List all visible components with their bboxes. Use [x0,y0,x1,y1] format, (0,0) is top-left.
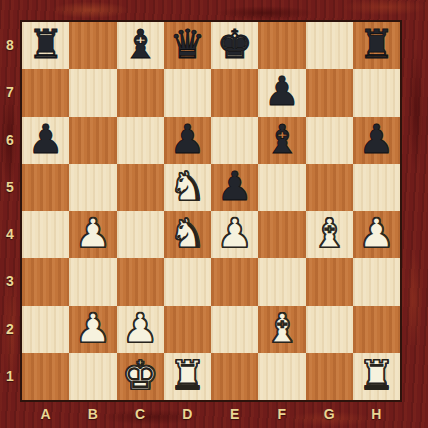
square-e5[interactable]: ♟ [211,164,258,211]
square-a6[interactable]: ♟ [22,117,69,164]
square-b3[interactable] [69,258,116,305]
square-f7[interactable]: ♟ [258,69,305,116]
black-pawn[interactable]: ♟ [264,68,300,115]
black-rook[interactable]: ♜ [358,21,394,68]
square-a8[interactable]: ♜ [22,22,69,69]
file-label-g: G [306,403,353,427]
square-e6[interactable] [211,117,258,164]
square-h6[interactable]: ♟ [353,117,400,164]
white-pawn[interactable]: ♟ [75,305,111,352]
square-e3[interactable] [211,258,258,305]
square-h8[interactable]: ♜ [353,22,400,69]
square-g1[interactable] [306,353,353,400]
square-d5[interactable]: ♞ [164,164,211,211]
square-h7[interactable] [353,69,400,116]
black-bishop[interactable]: ♝ [264,116,300,163]
square-a3[interactable] [22,258,69,305]
square-f6[interactable]: ♝ [258,117,305,164]
white-knight[interactable]: ♞ [169,210,205,257]
square-d1[interactable]: ♜ [164,353,211,400]
square-a4[interactable] [22,211,69,258]
square-h1[interactable]: ♜ [353,353,400,400]
square-f1[interactable] [258,353,305,400]
square-b4[interactable]: ♟ [69,211,116,258]
square-c1[interactable]: ♚ [117,353,164,400]
square-g4[interactable]: ♝ [306,211,353,258]
square-f5[interactable] [258,164,305,211]
square-e8[interactable]: ♚ [211,22,258,69]
square-c2[interactable]: ♟ [117,306,164,353]
rank-label-2: 2 [0,306,20,353]
rank-label-1: 1 [0,353,20,400]
black-pawn[interactable]: ♟ [28,116,64,163]
square-a2[interactable] [22,306,69,353]
square-d7[interactable] [164,69,211,116]
file-label-b: B [69,403,116,427]
square-e4[interactable]: ♟ [211,211,258,258]
file-label-a: A [22,403,69,427]
square-c8[interactable]: ♝ [117,22,164,69]
square-c5[interactable] [117,164,164,211]
white-pawn[interactable]: ♟ [122,305,158,352]
square-h3[interactable] [353,258,400,305]
square-c6[interactable] [117,117,164,164]
square-c7[interactable] [117,69,164,116]
square-e2[interactable] [211,306,258,353]
black-king[interactable]: ♚ [217,21,253,68]
square-a5[interactable] [22,164,69,211]
square-a7[interactable] [22,69,69,116]
square-f8[interactable] [258,22,305,69]
rank-label-5: 5 [0,164,20,211]
square-b8[interactable] [69,22,116,69]
white-knight[interactable]: ♞ [169,163,205,210]
square-e7[interactable] [211,69,258,116]
white-bishop[interactable]: ♝ [311,210,347,257]
square-g3[interactable] [306,258,353,305]
square-g7[interactable] [306,69,353,116]
square-a1[interactable] [22,353,69,400]
white-rook[interactable]: ♜ [169,352,205,399]
square-b5[interactable] [69,164,116,211]
square-d2[interactable] [164,306,211,353]
white-rook[interactable]: ♜ [358,352,394,399]
white-pawn[interactable]: ♟ [358,210,394,257]
rank-label-6: 6 [0,117,20,164]
black-bishop[interactable]: ♝ [122,21,158,68]
square-b6[interactable] [69,117,116,164]
white-bishop[interactable]: ♝ [264,305,300,352]
square-g8[interactable] [306,22,353,69]
white-king[interactable]: ♚ [122,352,158,399]
square-d4[interactable]: ♞ [164,211,211,258]
square-c3[interactable] [117,258,164,305]
square-g2[interactable] [306,306,353,353]
square-d3[interactable] [164,258,211,305]
square-f3[interactable] [258,258,305,305]
square-g5[interactable] [306,164,353,211]
square-f4[interactable] [258,211,305,258]
file-label-f: F [258,403,305,427]
file-label-e: E [211,403,258,427]
black-pawn[interactable]: ♟ [169,116,205,163]
file-label-d: D [164,403,211,427]
square-e1[interactable] [211,353,258,400]
square-d8[interactable]: ♛ [164,22,211,69]
rank-label-7: 7 [0,69,20,116]
black-rook[interactable]: ♜ [28,21,64,68]
square-b2[interactable]: ♟ [69,306,116,353]
square-f2[interactable]: ♝ [258,306,305,353]
white-pawn[interactable]: ♟ [75,210,111,257]
black-pawn[interactable]: ♟ [358,116,394,163]
white-pawn[interactable]: ♟ [217,210,253,257]
chess-board: ♜♝♛♚♜♟♟♟♝♟♞♟♟♞♟♝♟♟♟♝♚♜♜ [22,22,400,400]
square-g6[interactable] [306,117,353,164]
square-b7[interactable] [69,69,116,116]
square-h2[interactable] [353,306,400,353]
square-h4[interactable]: ♟ [353,211,400,258]
square-c4[interactable] [117,211,164,258]
rank-label-4: 4 [0,211,20,258]
square-h5[interactable] [353,164,400,211]
rank-label-8: 8 [0,22,20,69]
square-d6[interactable]: ♟ [164,117,211,164]
black-pawn[interactable]: ♟ [217,163,253,210]
file-label-c: C [117,403,164,427]
black-queen[interactable]: ♛ [169,21,205,68]
rank-label-3: 3 [0,258,20,305]
file-label-h: H [353,403,400,427]
chess-diagram: { "game": "chess", "position": { "fen": … [0,0,428,428]
board-frame: ♜♝♛♚♜♟♟♟♝♟♞♟♟♞♟♝♟♟♟♝♚♜♜ [20,20,402,402]
square-b1[interactable] [69,353,116,400]
